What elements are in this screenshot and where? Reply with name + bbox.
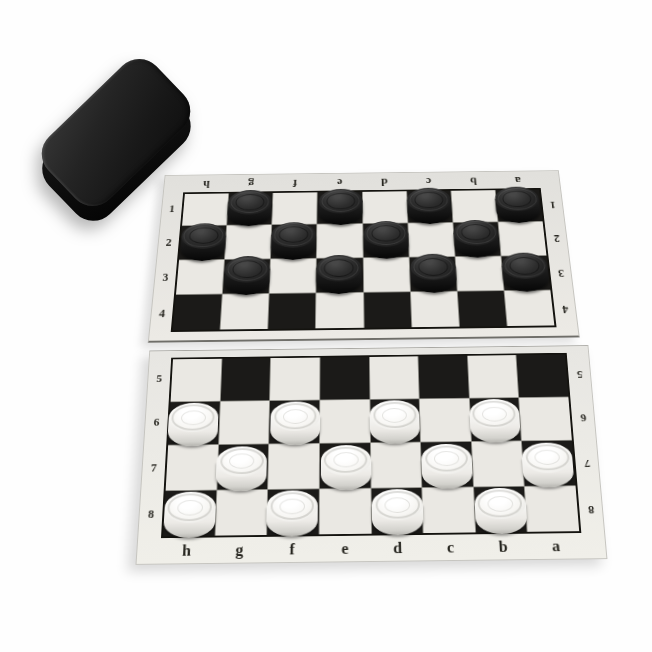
black-piece-a1[interactable] xyxy=(494,187,541,224)
rank-label-4-left: 4 xyxy=(158,307,165,321)
square-g4[interactable] xyxy=(221,294,269,330)
square-c2[interactable] xyxy=(408,223,454,256)
file-label-d: d xyxy=(381,175,388,188)
file-labels-bottom-edge: hgfedcba xyxy=(160,533,584,564)
white-piece-f6[interactable] xyxy=(270,401,320,445)
square-f1[interactable] xyxy=(272,192,317,224)
square-b4[interactable] xyxy=(458,291,507,327)
rank-label-3-right: 3 xyxy=(557,266,564,279)
square-h1[interactable] xyxy=(182,193,228,225)
square-d8[interactable] xyxy=(371,488,423,534)
rank-label-5-left: 5 xyxy=(156,373,162,386)
file-label-d: d xyxy=(393,539,402,556)
square-b8[interactable] xyxy=(474,486,527,532)
file-label-a: a xyxy=(551,537,560,554)
file-label-f: f xyxy=(289,541,295,558)
square-a3[interactable] xyxy=(501,255,550,289)
playing-grid-bottom-half xyxy=(161,353,581,538)
white-piece-f8[interactable] xyxy=(266,490,318,537)
square-h4[interactable] xyxy=(173,294,222,330)
file-label-g: g xyxy=(235,541,243,558)
file-label-h: h xyxy=(182,542,192,559)
black-piece-f2[interactable] xyxy=(270,222,316,260)
square-e1[interactable] xyxy=(318,192,362,224)
rank-label-8-right: 8 xyxy=(587,502,594,516)
square-a7[interactable] xyxy=(522,441,575,486)
square-g5[interactable] xyxy=(220,358,270,400)
square-e5[interactable] xyxy=(320,357,369,399)
square-f7[interactable] xyxy=(268,444,319,489)
board-bottom-panel: hgfedcba56785678 xyxy=(135,345,607,565)
square-b2[interactable] xyxy=(453,223,500,256)
white-piece-c7[interactable] xyxy=(421,443,473,488)
square-d5[interactable] xyxy=(369,356,418,398)
rank-label-2-left: 2 xyxy=(165,236,172,249)
white-piece-a7[interactable] xyxy=(521,442,575,487)
white-piece-b8[interactable] xyxy=(474,488,528,535)
square-g2[interactable] xyxy=(225,225,271,258)
black-piece-g3[interactable] xyxy=(223,256,270,296)
file-label-c: c xyxy=(447,539,455,556)
white-piece-h6[interactable] xyxy=(167,403,219,447)
square-e8[interactable] xyxy=(319,488,370,534)
square-b7[interactable] xyxy=(472,441,524,486)
square-f5[interactable] xyxy=(270,358,319,400)
square-c3[interactable] xyxy=(409,257,456,291)
rank-label-6-left: 6 xyxy=(153,416,160,429)
square-e4[interactable] xyxy=(316,293,363,329)
square-a6[interactable] xyxy=(519,397,571,440)
black-piece-c1[interactable] xyxy=(407,188,453,225)
file-label-c: c xyxy=(426,175,432,188)
board-top-panel: hgfedcba12341234 xyxy=(148,170,580,342)
white-piece-d8[interactable] xyxy=(372,489,424,536)
square-e2[interactable] xyxy=(317,224,362,257)
product-photo-checkers-set: hgfedcba12341234 hgfedcba56785678 xyxy=(0,0,652,652)
black-piece-d2[interactable] xyxy=(364,220,409,258)
white-piece-g7[interactable] xyxy=(216,446,268,491)
square-a1[interactable] xyxy=(496,190,543,222)
square-a5[interactable] xyxy=(517,355,569,397)
square-g6[interactable] xyxy=(219,401,270,444)
black-piece-a3[interactable] xyxy=(501,252,550,292)
file-label-b: b xyxy=(469,174,477,187)
file-label-a: a xyxy=(514,173,521,186)
square-b3[interactable] xyxy=(455,256,503,290)
square-c8[interactable] xyxy=(422,487,474,533)
white-piece-b6[interactable] xyxy=(469,399,521,443)
square-d3[interactable] xyxy=(363,257,409,291)
square-h2[interactable] xyxy=(179,226,226,259)
square-h8[interactable] xyxy=(163,490,216,536)
black-piece-h2[interactable] xyxy=(179,223,226,261)
white-piece-d6[interactable] xyxy=(370,400,421,444)
square-d4[interactable] xyxy=(364,292,411,328)
checkers-board: hgfedcba12341234 hgfedcba56785678 xyxy=(0,0,652,652)
square-b5[interactable] xyxy=(468,355,519,397)
white-piece-h8[interactable] xyxy=(163,491,216,538)
square-b1[interactable] xyxy=(451,190,497,222)
square-g7[interactable] xyxy=(217,444,268,489)
file-label-f: f xyxy=(293,176,297,189)
square-e7[interactable] xyxy=(320,443,370,488)
rank-label-1-right: 1 xyxy=(549,198,556,210)
playing-grid-top-half xyxy=(171,188,557,332)
square-a4[interactable] xyxy=(504,290,554,326)
square-h3[interactable] xyxy=(176,259,224,294)
square-g8[interactable] xyxy=(215,489,267,535)
square-g3[interactable] xyxy=(223,259,270,294)
rank-label-1-left: 1 xyxy=(169,203,176,215)
square-h6[interactable] xyxy=(168,401,219,444)
square-f6[interactable] xyxy=(269,400,319,443)
rank-label-8-left: 8 xyxy=(148,508,155,522)
square-f3[interactable] xyxy=(270,258,316,292)
black-piece-g1[interactable] xyxy=(226,190,272,227)
square-d7[interactable] xyxy=(370,443,421,488)
rank-label-3-left: 3 xyxy=(162,271,169,284)
square-h5[interactable] xyxy=(171,359,222,401)
white-piece-e7[interactable] xyxy=(320,444,371,489)
file-label-e: e xyxy=(341,540,348,557)
square-c5[interactable] xyxy=(419,356,469,398)
black-piece-e1[interactable] xyxy=(319,189,363,226)
square-c1[interactable] xyxy=(407,191,452,223)
square-d6[interactable] xyxy=(370,399,420,442)
black-piece-b2[interactable] xyxy=(453,219,500,257)
square-c6[interactable] xyxy=(420,398,471,441)
rank-label-7-right: 7 xyxy=(583,456,590,469)
square-c4[interactable] xyxy=(411,291,459,327)
rank-label-2-right: 2 xyxy=(553,231,560,244)
square-f4[interactable] xyxy=(268,293,315,329)
rank-label-5-right: 5 xyxy=(576,368,583,381)
square-d1[interactable] xyxy=(362,191,407,223)
square-d2[interactable] xyxy=(363,224,408,257)
rank-label-4-right: 4 xyxy=(561,302,569,316)
square-e6[interactable] xyxy=(320,399,370,442)
square-e3[interactable] xyxy=(317,258,363,292)
file-label-h: h xyxy=(202,177,210,190)
black-piece-c3[interactable] xyxy=(410,253,457,293)
file-label-e: e xyxy=(337,176,342,189)
square-b6[interactable] xyxy=(470,398,522,441)
square-h7[interactable] xyxy=(166,445,218,490)
square-a2[interactable] xyxy=(498,222,546,255)
square-g1[interactable] xyxy=(227,193,272,225)
square-a8[interactable] xyxy=(525,486,579,532)
rank-label-6-right: 6 xyxy=(580,411,587,424)
square-f8[interactable] xyxy=(267,489,318,535)
file-label-g: g xyxy=(247,177,254,190)
rank-label-7-left: 7 xyxy=(151,461,158,474)
square-f2[interactable] xyxy=(271,225,316,258)
file-label-b: b xyxy=(498,538,508,555)
square-c7[interactable] xyxy=(421,442,473,487)
black-piece-e3[interactable] xyxy=(316,254,362,294)
